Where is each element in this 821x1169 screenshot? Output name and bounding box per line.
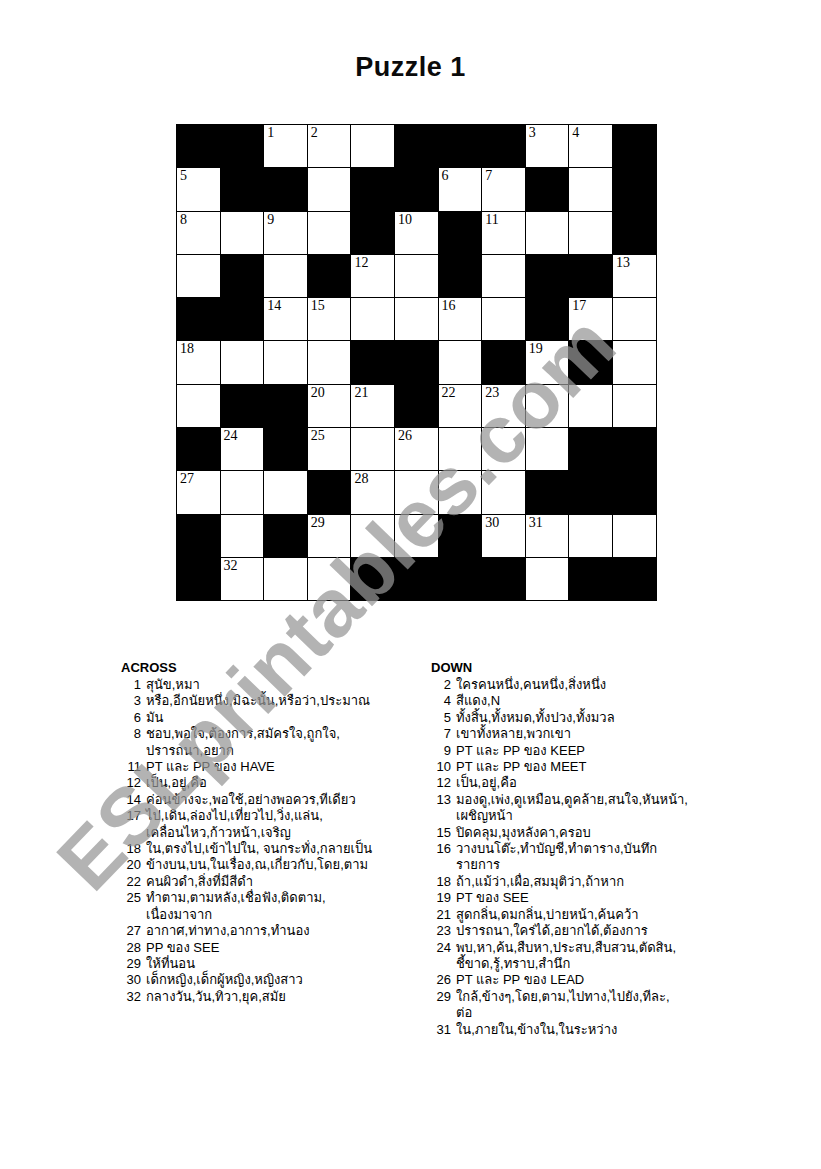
clue-text: พบ,หา,ค้น,สืบหา,ประสบ,สืบสวน,ตัดสิน, ชี้… — [456, 940, 676, 973]
clue-text: ทั้งสิ้น,ทั้งหมด,ทั้งปวง,ทั้งมวล — [456, 710, 615, 726]
block-cell — [526, 298, 570, 341]
clue-item: 30เด็กหญิง,เด็กผู้หญิง,หญิงสาว — [121, 972, 427, 988]
letter-cell[interactable]: 15 — [308, 298, 352, 341]
block-cell — [439, 125, 483, 168]
letter-cell[interactable]: 10 — [395, 212, 439, 255]
block-cell — [569, 471, 613, 514]
block-cell — [526, 168, 570, 211]
letter-cell[interactable]: 30 — [482, 515, 526, 558]
letter-cell[interactable] — [177, 385, 221, 428]
letter-cell[interactable] — [569, 515, 613, 558]
block-cell — [439, 558, 483, 601]
clue-text: ทำตาม,ตามหลัง,เชื่อฟัง,ติดตาม, เนื่องมาจ… — [146, 890, 326, 923]
block-cell — [526, 471, 570, 514]
clue-text: ปรารถนา,ใคร่ได้,อยากได้,ต้องการ — [456, 923, 648, 939]
block-cell — [439, 212, 483, 255]
down-list: 2ใครคนหนึ่ง,คนหนึ่ง,สิ่งหนึ่ง4สีแดง,N5ทั… — [431, 677, 761, 1038]
letter-cell[interactable] — [613, 341, 657, 384]
letter-cell[interactable]: 11 — [482, 212, 526, 255]
across-list: 1สุนัข,หมา3หรือ,อีกนัยหนึ่ง,มิฉะนั้น,หรื… — [121, 677, 427, 1005]
clue-text: ข้างบน,บน,ในเรื่อง,ณ,เกี่ยวกับ,โดย,ตาม — [146, 857, 368, 873]
block-cell — [395, 341, 439, 384]
clue-text: วางบนโต๊ะ,ทำบัญชี,ทำตาราง,บันทึก รายการ — [456, 841, 657, 874]
cell-number: 15 — [311, 298, 325, 313]
clue-text: สูดกลิ่น,ดมกลิ่น,บ่ายหน้า,ค้นคว้า — [456, 907, 638, 923]
clue-number: 27 — [121, 923, 146, 939]
clue-text: อากาศ,ท่าทาง,อาการ,ทำนอง — [146, 923, 310, 939]
cell-number: 3 — [529, 125, 536, 140]
letter-cell[interactable] — [351, 428, 395, 471]
letter-cell[interactable] — [308, 212, 352, 255]
clue-item: 31ใน,ภายใน,ข้างใน,ในระหว่าง — [431, 1022, 761, 1038]
cell-number: 31 — [529, 515, 543, 530]
block-cell — [264, 515, 308, 558]
block-cell — [569, 255, 613, 298]
clue-number: 3 — [121, 693, 146, 709]
clue-item: 29ใกล้,ข้างๆ,โดย,ตาม,ไปทาง,ไปยัง,ทีละ, ต… — [431, 989, 761, 1022]
cell-number: 11 — [485, 212, 498, 227]
letter-cell[interactable]: 18 — [177, 341, 221, 384]
letter-cell[interactable] — [526, 558, 570, 601]
block-cell — [395, 558, 439, 601]
cell-number: 4 — [572, 125, 579, 140]
letter-cell[interactable] — [569, 168, 613, 211]
clue-number: 7 — [431, 726, 456, 742]
block-cell — [221, 255, 265, 298]
clue-number: 9 — [431, 743, 456, 759]
letter-cell[interactable] — [221, 471, 265, 514]
clue-item: 19PT ของ SEE — [431, 890, 761, 906]
letter-cell[interactable] — [221, 515, 265, 558]
clue-item: 15ปิดคลุม,มุงหลังคา,ครอบ — [431, 825, 761, 841]
clue-number: 12 — [431, 775, 456, 791]
letter-cell[interactable] — [395, 255, 439, 298]
clue-number: 12 — [121, 775, 146, 791]
block-cell — [308, 471, 352, 514]
letter-cell[interactable]: 3 — [526, 125, 570, 168]
clue-item: 11PT และ PP ของ HAVE — [121, 759, 427, 775]
block-cell — [177, 515, 221, 558]
letter-cell[interactable]: 23 — [482, 385, 526, 428]
clue-item: 3หรือ,อีกนัยหนึ่ง,มิฉะนั้น,หรือว่า,ประมา… — [121, 693, 427, 709]
clue-item: 22คนผิวดำ,สิ่งที่มีสีดำ — [121, 874, 427, 890]
cell-number: 24 — [224, 428, 238, 443]
clue-item: 5ทั้งสิ้น,ทั้งหมด,ทั้งปวง,ทั้งมวล — [431, 710, 761, 726]
letter-cell[interactable]: 29 — [308, 515, 352, 558]
block-cell — [351, 341, 395, 384]
clue-item: 7เขาทั้งหลาย,พวกเขา — [431, 726, 761, 742]
clue-text: PT และ PP ของ HAVE — [146, 759, 275, 775]
block-cell — [351, 168, 395, 211]
clue-item: 18ใน,ตรงไป,เข้าไปใน, จนกระทั่ง,กลายเป็น — [121, 841, 427, 857]
letter-cell[interactable] — [482, 255, 526, 298]
letter-cell[interactable]: 4 — [569, 125, 613, 168]
letter-cell[interactable] — [177, 255, 221, 298]
clue-text: ปิดคลุม,มุงหลังคา,ครอบ — [456, 825, 591, 841]
block-cell — [613, 212, 657, 255]
letter-cell[interactable]: 17 — [569, 298, 613, 341]
letter-cell[interactable]: 22 — [439, 385, 483, 428]
cell-number: 19 — [529, 341, 543, 356]
clue-item: 1สุนัข,หมา — [121, 677, 427, 693]
clue-item: 32กลางวัน,วัน,ทิวา,ยุค,สมัย — [121, 989, 427, 1005]
block-cell — [177, 298, 221, 341]
clue-item: 14ค่อนข้างจะ,พอใช้,อย่างพอควร,ทีเดียว — [121, 792, 427, 808]
clue-item: 12เป็น,อยู่,คือ — [121, 775, 427, 791]
block-cell — [264, 428, 308, 471]
letter-cell[interactable]: 13 — [613, 255, 657, 298]
block-cell — [221, 298, 265, 341]
block-cell — [221, 168, 265, 211]
clue-item: 6มัน — [121, 710, 427, 726]
block-cell — [569, 341, 613, 384]
clue-text: ใกล้,ข้างๆ,โดย,ตาม,ไปทาง,ไปยัง,ทีละ, ต่อ — [456, 989, 670, 1022]
letter-cell[interactable] — [526, 385, 570, 428]
clue-number: 2 — [431, 677, 456, 693]
block-cell — [439, 255, 483, 298]
letter-cell[interactable] — [351, 515, 395, 558]
clue-number: 28 — [121, 940, 146, 956]
clue-number: 6 — [121, 710, 146, 726]
cell-number: 30 — [485, 515, 499, 530]
cell-number: 7 — [485, 168, 492, 183]
down-section: DOWN 2ใครคนหนึ่ง,คนหนึ่ง,สิ่งหนึ่ง4สีแดง… — [431, 660, 761, 1038]
clue-text: เป็น,อยู่,คือ — [146, 775, 207, 791]
cell-number: 14 — [267, 298, 281, 313]
cell-number: 1 — [267, 125, 274, 140]
clue-number: 11 — [121, 759, 146, 775]
clue-number: 8 — [121, 726, 146, 742]
block-cell — [308, 255, 352, 298]
clue-number: 18 — [431, 874, 456, 890]
clue-number: 32 — [121, 989, 146, 1005]
clue-number: 10 — [431, 759, 456, 775]
clue-text: เด็กหญิง,เด็กผู้หญิง,หญิงสาว — [146, 972, 303, 988]
across-section: ACROSS 1สุนัข,หมา3หรือ,อีกนัยหนึ่ง,มิฉะน… — [121, 660, 427, 1005]
clue-item: 23ปรารถนา,ใคร่ได้,อยากได้,ต้องการ — [431, 923, 761, 939]
clue-item: 18ถ้า,แม้ว่า,เผื่อ,สมมุติว่า,ถ้าหาก — [431, 874, 761, 890]
clue-text: ให้ที่นอน — [146, 956, 195, 972]
cell-number: 32 — [224, 558, 238, 573]
clue-text: PT และ PP ของ LEAD — [456, 972, 584, 988]
letter-cell[interactable] — [439, 428, 483, 471]
letter-cell[interactable]: 19 — [526, 341, 570, 384]
letter-cell[interactable] — [351, 125, 395, 168]
clue-text: เป็น,อยู่,คือ — [456, 775, 517, 791]
letter-cell[interactable] — [569, 212, 613, 255]
block-cell — [613, 428, 657, 471]
letter-cell[interactable] — [221, 212, 265, 255]
clue-number: 25 — [121, 890, 146, 906]
letter-cell[interactable] — [264, 558, 308, 601]
block-cell — [395, 168, 439, 211]
letter-cell[interactable]: 28 — [351, 471, 395, 514]
clue-text: ใน,ตรงไป,เข้าไปใน, จนกระทั่ง,กลายเป็น — [146, 841, 372, 857]
letter-cell[interactable] — [482, 298, 526, 341]
cell-number: 23 — [485, 385, 499, 400]
clue-number: 4 — [431, 693, 456, 709]
letter-cell[interactable] — [308, 168, 352, 211]
block-cell — [482, 341, 526, 384]
clue-text: ใครคนหนึ่ง,คนหนึ่ง,สิ่งหนึ่ง — [456, 677, 606, 693]
down-heading: DOWN — [431, 660, 761, 676]
clue-number: 18 — [121, 841, 146, 857]
cell-number: 16 — [442, 298, 456, 313]
cell-number: 13 — [616, 255, 630, 270]
clue-text: PT และ PP ของ MEET — [456, 759, 586, 775]
block-cell — [526, 255, 570, 298]
clue-text: ชอบ,พอใจ,ต้องการ,สมัครใจ,ถูกใจ, ปรารถนา,… — [146, 726, 340, 759]
clue-item: 25ทำตาม,ตามหลัง,เชื่อฟัง,ติดตาม, เนื่องม… — [121, 890, 427, 923]
letter-cell[interactable]: 14 — [264, 298, 308, 341]
cell-number: 21 — [354, 385, 368, 400]
letter-cell[interactable]: 12 — [351, 255, 395, 298]
clue-number: 23 — [431, 923, 456, 939]
letter-cell[interactable]: 26 — [395, 428, 439, 471]
letter-cell[interactable]: 5 — [177, 168, 221, 211]
cell-number: 12 — [354, 255, 368, 270]
letter-cell[interactable]: 27 — [177, 471, 221, 514]
letter-cell[interactable]: 7 — [482, 168, 526, 211]
clue-number: 24 — [431, 940, 456, 956]
letter-cell[interactable] — [395, 471, 439, 514]
letter-cell[interactable]: 9 — [264, 212, 308, 255]
clue-number: 1 — [121, 677, 146, 693]
letter-cell[interactable] — [613, 298, 657, 341]
letter-cell[interactable]: 25 — [308, 428, 352, 471]
clue-text: PT และ PP ของ KEEP — [456, 743, 585, 759]
cell-number: 17 — [572, 298, 586, 313]
clue-text: PP ของ SEE — [146, 940, 219, 956]
letter-cell[interactable] — [526, 212, 570, 255]
letter-cell[interactable] — [264, 255, 308, 298]
block-cell — [221, 125, 265, 168]
cell-number: 20 — [311, 385, 325, 400]
cell-number: 25 — [311, 428, 325, 443]
clue-number: 19 — [431, 890, 456, 906]
letter-cell[interactable] — [482, 428, 526, 471]
clue-number: 26 — [431, 972, 456, 988]
block-cell — [569, 558, 613, 601]
cell-number: 22 — [442, 385, 456, 400]
letter-cell[interactable] — [482, 471, 526, 514]
block-cell — [613, 168, 657, 211]
letter-cell[interactable] — [439, 471, 483, 514]
clue-item: 24พบ,หา,ค้น,สืบหา,ประสบ,สืบสวน,ตัดสิน, ช… — [431, 940, 761, 973]
cell-number: 9 — [267, 212, 274, 227]
clue-text: คนผิวดำ,สิ่งที่มีสีดำ — [146, 874, 253, 890]
letter-cell[interactable] — [395, 298, 439, 341]
letter-cell[interactable]: 16 — [439, 298, 483, 341]
clue-text: เขาทั้งหลาย,พวกเขา — [456, 726, 571, 742]
clue-number: 15 — [431, 825, 456, 841]
clue-item: 17ไป,เดิน,ล่องไป,เที่ยวไป,วิ่ง,แล่น, เคล… — [121, 808, 427, 841]
clue-text: PT ของ SEE — [456, 890, 529, 906]
clue-number: 21 — [431, 907, 456, 923]
cell-number: 18 — [180, 341, 194, 356]
clue-number: 17 — [121, 808, 146, 824]
clue-number: 29 — [431, 989, 456, 1005]
block-cell — [177, 428, 221, 471]
letter-cell[interactable]: 2 — [308, 125, 352, 168]
clue-number: 5 — [431, 710, 456, 726]
clue-number: 13 — [431, 792, 456, 808]
letter-cell[interactable]: 20 — [308, 385, 352, 428]
letter-cell[interactable] — [308, 341, 352, 384]
crossword-grid: 1234567891011121314151617181920212223242… — [176, 124, 657, 601]
block-cell — [613, 558, 657, 601]
clue-text: สุนัข,หมา — [146, 677, 200, 693]
clue-item: 29ให้ที่นอน — [121, 956, 427, 972]
letter-cell[interactable]: 8 — [177, 212, 221, 255]
clue-number: 16 — [431, 841, 456, 857]
cell-number: 10 — [398, 212, 412, 227]
clue-item: 9PT และ PP ของ KEEP — [431, 743, 761, 759]
clue-item: 2ใครคนหนึ่ง,คนหนึ่ง,สิ่งหนึ่ง — [431, 677, 761, 693]
block-cell — [395, 125, 439, 168]
cell-number: 26 — [398, 428, 412, 443]
clue-item: 16วางบนโต๊ะ,ทำบัญชี,ทำตาราง,บันทึก รายกา… — [431, 841, 761, 874]
clue-text: ค่อนข้างจะ,พอใช้,อย่างพอควร,ทีเดียว — [146, 792, 356, 808]
block-cell — [569, 428, 613, 471]
letter-cell[interactable]: 32 — [221, 558, 265, 601]
block-cell — [351, 212, 395, 255]
clue-item: 21สูดกลิ่น,ดมกลิ่น,บ่ายหน้า,ค้นคว้า — [431, 907, 761, 923]
across-heading: ACROSS — [121, 660, 427, 676]
block-cell — [351, 558, 395, 601]
letter-cell[interactable] — [439, 341, 483, 384]
clue-number: 29 — [121, 956, 146, 972]
clue-item: 8ชอบ,พอใจ,ต้องการ,สมัครใจ,ถูกใจ, ปรารถนา… — [121, 726, 427, 759]
clue-text: หรือ,อีกนัยหนึ่ง,มิฉะนั้น,หรือว่า,ประมาณ — [146, 693, 370, 709]
cell-number: 2 — [311, 125, 318, 140]
clue-text: มองดู,เพ่ง,ดูเหมือน,ดูคล้าย,สนใจ,หันหน้า… — [456, 792, 688, 825]
clue-item: 26PT และ PP ของ LEAD — [431, 972, 761, 988]
clue-number: 31 — [431, 1022, 456, 1038]
letter-cell[interactable]: 24 — [221, 428, 265, 471]
letter-cell[interactable]: 31 — [526, 515, 570, 558]
block-cell — [221, 385, 265, 428]
letter-cell[interactable] — [613, 385, 657, 428]
block-cell — [439, 515, 483, 558]
clue-item: 12เป็น,อยู่,คือ — [431, 775, 761, 791]
cell-number: 28 — [354, 471, 368, 486]
letter-cell[interactable] — [264, 471, 308, 514]
letter-cell[interactable] — [569, 385, 613, 428]
clue-item: 27อากาศ,ท่าทาง,อาการ,ทำนอง — [121, 923, 427, 939]
letter-cell[interactable]: 1 — [264, 125, 308, 168]
clue-item: 4สีแดง,N — [431, 693, 761, 709]
cell-number: 6 — [442, 168, 449, 183]
block-cell — [177, 558, 221, 601]
block-cell — [264, 385, 308, 428]
block-cell — [264, 168, 308, 211]
clue-number: 30 — [121, 972, 146, 988]
letter-cell[interactable] — [526, 428, 570, 471]
cell-number: 29 — [311, 515, 325, 530]
block-cell — [482, 125, 526, 168]
block-cell — [613, 471, 657, 514]
letter-cell[interactable] — [221, 341, 265, 384]
letter-cell[interactable] — [264, 341, 308, 384]
letter-cell[interactable]: 21 — [351, 385, 395, 428]
clue-text: สีแดง,N — [456, 693, 500, 709]
clue-text: ใน,ภายใน,ข้างใน,ในระหว่าง — [456, 1022, 617, 1038]
block-cell — [395, 385, 439, 428]
letter-cell[interactable] — [308, 558, 352, 601]
clue-item: 13มองดู,เพ่ง,ดูเหมือน,ดูคล้าย,สนใจ,หันหน… — [431, 792, 761, 825]
clue-number: 20 — [121, 857, 146, 873]
block-cell — [613, 125, 657, 168]
cell-number: 27 — [180, 471, 194, 486]
clue-item: 20ข้างบน,บน,ในเรื่อง,ณ,เกี่ยวกับ,โดย,ตาม — [121, 857, 427, 873]
clue-text: กลางวัน,วัน,ทิวา,ยุค,สมัย — [146, 989, 286, 1005]
letter-cell[interactable] — [395, 515, 439, 558]
clue-text: ไป,เดิน,ล่องไป,เที่ยวไป,วิ่ง,แล่น, เคลื่… — [146, 808, 323, 841]
clue-number: 14 — [121, 792, 146, 808]
clue-item: 10PT และ PP ของ MEET — [431, 759, 761, 775]
clue-item: 28PP ของ SEE — [121, 940, 427, 956]
letter-cell[interactable] — [613, 515, 657, 558]
block-cell — [177, 125, 221, 168]
letter-cell[interactable] — [351, 298, 395, 341]
block-cell — [482, 558, 526, 601]
clue-text: ถ้า,แม้ว่า,เผื่อ,สมมุติว่า,ถ้าหาก — [456, 874, 624, 890]
puzzle-title: Puzzle 1 — [0, 52, 821, 83]
cell-number: 8 — [180, 212, 187, 227]
clue-text: มัน — [146, 710, 163, 726]
cell-number: 5 — [180, 168, 187, 183]
letter-cell[interactable]: 6 — [439, 168, 483, 211]
clue-number: 22 — [121, 874, 146, 890]
